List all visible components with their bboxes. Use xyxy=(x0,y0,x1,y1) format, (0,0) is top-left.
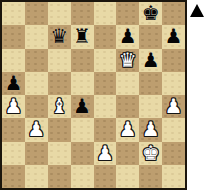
square-g3[interactable]: ♟ xyxy=(139,118,162,141)
square-c1[interactable] xyxy=(48,165,71,188)
square-c4[interactable]: ♝ xyxy=(48,95,71,118)
white-queen: ♛ xyxy=(119,49,137,72)
square-e5[interactable] xyxy=(94,72,117,95)
white-pawn: ♟ xyxy=(96,142,114,165)
chess-board: ♚♛♜♟♟♛♟♟♟♝♟♟♟♟♟♟♚ xyxy=(0,0,187,190)
square-h2[interactable] xyxy=(162,142,185,165)
white-pawn: ♟ xyxy=(27,118,45,141)
square-h5[interactable] xyxy=(162,72,185,95)
square-d8[interactable] xyxy=(71,2,94,25)
square-g6[interactable]: ♟ xyxy=(139,49,162,72)
square-h6[interactable] xyxy=(162,49,185,72)
square-e4[interactable] xyxy=(94,95,117,118)
square-d3[interactable] xyxy=(71,118,94,141)
square-h7[interactable]: ♟ xyxy=(162,25,185,48)
black-rook: ♜ xyxy=(73,25,91,48)
white-pawn: ♟ xyxy=(4,95,22,118)
square-a1[interactable] xyxy=(2,165,25,188)
square-a3[interactable] xyxy=(2,118,25,141)
square-g5[interactable] xyxy=(139,72,162,95)
square-h3[interactable] xyxy=(162,118,185,141)
black-queen: ♛ xyxy=(50,25,68,48)
square-a8[interactable] xyxy=(2,2,25,25)
square-d7[interactable]: ♜ xyxy=(71,25,94,48)
square-f4[interactable] xyxy=(116,95,139,118)
black-pawn: ♟ xyxy=(119,25,137,48)
square-c7[interactable]: ♛ xyxy=(48,25,71,48)
black-pawn: ♟ xyxy=(165,25,183,48)
square-c3[interactable] xyxy=(48,118,71,141)
square-d5[interactable] xyxy=(71,72,94,95)
white-king: ♚ xyxy=(142,142,160,165)
black-pawn: ♟ xyxy=(73,95,91,118)
square-d2[interactable] xyxy=(71,142,94,165)
square-a4[interactable]: ♟ xyxy=(2,95,25,118)
square-b5[interactable] xyxy=(25,72,48,95)
square-f3[interactable]: ♟ xyxy=(116,118,139,141)
black-king: ♚ xyxy=(142,2,160,25)
square-g2[interactable]: ♚ xyxy=(139,142,162,165)
black-pawn: ♟ xyxy=(4,72,22,95)
square-d6[interactable] xyxy=(71,49,94,72)
square-a2[interactable] xyxy=(2,142,25,165)
square-b4[interactable] xyxy=(25,95,48,118)
square-e3[interactable] xyxy=(94,118,117,141)
square-g4[interactable] xyxy=(139,95,162,118)
square-e1[interactable] xyxy=(94,165,117,188)
square-h4[interactable]: ♟ xyxy=(162,95,185,118)
square-f7[interactable]: ♟ xyxy=(116,25,139,48)
square-e6[interactable] xyxy=(94,49,117,72)
square-e7[interactable] xyxy=(94,25,117,48)
chess-diagram-window: ♚♛♜♟♟♛♟♟♟♝♟♟♟♟♟♟♚ xyxy=(0,0,207,192)
square-g1[interactable] xyxy=(139,165,162,188)
white-pawn: ♟ xyxy=(165,95,183,118)
square-a6[interactable] xyxy=(2,49,25,72)
square-b7[interactable] xyxy=(25,25,48,48)
square-f5[interactable] xyxy=(116,72,139,95)
square-d1[interactable] xyxy=(71,165,94,188)
white-bishop: ♝ xyxy=(50,95,68,118)
white-pawn: ♟ xyxy=(119,118,137,141)
square-c6[interactable] xyxy=(48,49,71,72)
square-d4[interactable]: ♟ xyxy=(71,95,94,118)
square-e8[interactable] xyxy=(94,2,117,25)
square-c8[interactable] xyxy=(48,2,71,25)
square-f1[interactable] xyxy=(116,165,139,188)
square-c5[interactable] xyxy=(48,72,71,95)
square-b6[interactable] xyxy=(25,49,48,72)
square-f6[interactable]: ♛ xyxy=(116,49,139,72)
square-f8[interactable] xyxy=(116,2,139,25)
square-g8[interactable]: ♚ xyxy=(139,2,162,25)
square-g7[interactable] xyxy=(139,25,162,48)
white-pawn: ♟ xyxy=(142,118,160,141)
square-h1[interactable] xyxy=(162,165,185,188)
square-a5[interactable]: ♟ xyxy=(2,72,25,95)
square-h8[interactable] xyxy=(162,2,185,25)
square-b8[interactable] xyxy=(25,2,48,25)
black-pawn: ♟ xyxy=(142,49,160,72)
square-f2[interactable] xyxy=(116,142,139,165)
square-b2[interactable] xyxy=(25,142,48,165)
square-c2[interactable] xyxy=(48,142,71,165)
side-to-move-indicator xyxy=(190,4,204,17)
square-e2[interactable]: ♟ xyxy=(94,142,117,165)
square-a7[interactable] xyxy=(2,25,25,48)
square-b3[interactable]: ♟ xyxy=(25,118,48,141)
square-b1[interactable] xyxy=(25,165,48,188)
